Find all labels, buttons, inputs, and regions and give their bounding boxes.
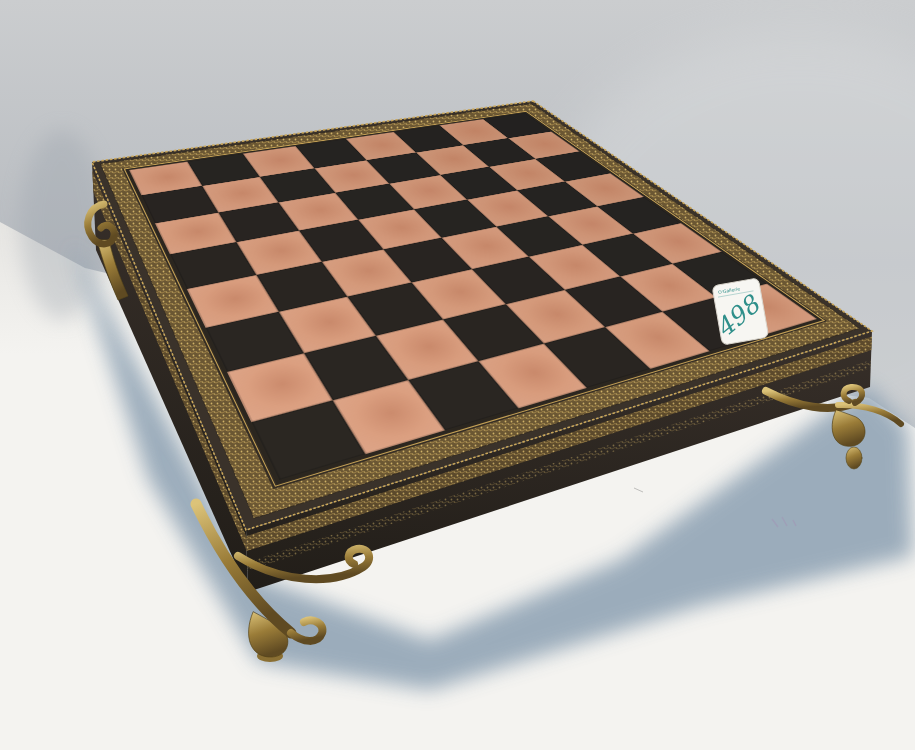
auction-photo-chessboard: O'Gallerie 498 — [0, 0, 915, 750]
foot-front-right-bead — [846, 447, 862, 469]
